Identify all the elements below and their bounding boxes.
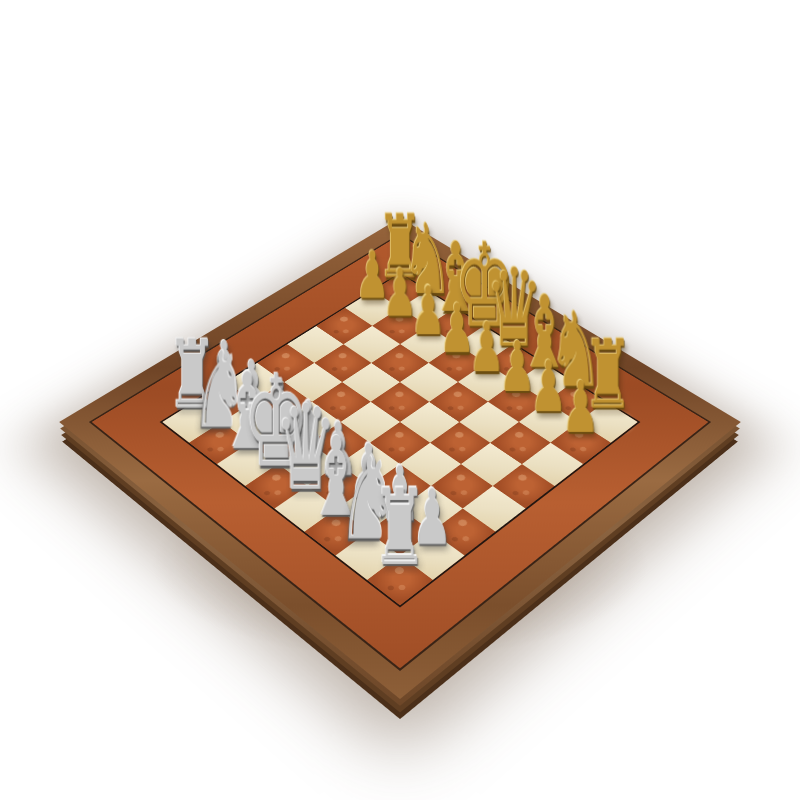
- chess-board: ♜♞♝♚♛♝♞♜♟♟♟♟♟♟♟♟♟♟♟♟♟♟♟♟♜♞♝♚♛♝♞♜: [160, 272, 641, 607]
- white-rook[interactable]: ♜: [372, 475, 427, 580]
- product-photo-scene: ♜♞♝♚♛♝♞♜♟♟♟♟♟♟♟♟♟♟♟♟♟♟♟♟♜♞♝♚♛♝♞♜: [0, 0, 800, 800]
- square-a1[interactable]: ♜: [367, 555, 432, 605]
- black-pawn[interactable]: ♟: [562, 371, 600, 443]
